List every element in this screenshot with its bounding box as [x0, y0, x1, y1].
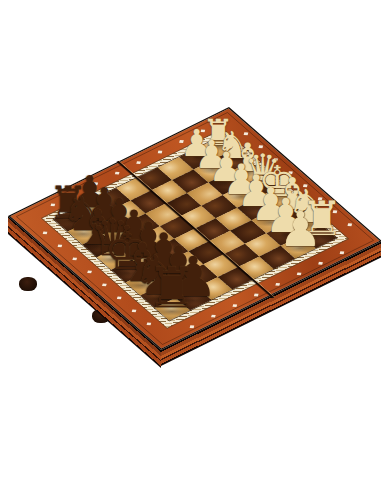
- diamond-inlay-icon: [297, 272, 301, 275]
- diamond-inlay-icon: [43, 231, 47, 234]
- chess-set-product-photo: ♜♞♝♛♚♝♞♜♟♟♟♟♟♟♟♟♟♟♟♟♟♟♟♟♜♞♝♛♚♝♞♜: [0, 0, 381, 492]
- white-pawn: ♟: [279, 204, 322, 252]
- diamond-inlay-icon: [211, 315, 215, 318]
- diamond-inlay-icon: [132, 309, 136, 312]
- diamond-inlay-icon: [190, 325, 194, 328]
- diamond-inlay-icon: [115, 172, 119, 175]
- diamond-inlay-icon: [275, 283, 279, 286]
- diamond-inlay-icon: [136, 161, 140, 164]
- diamond-inlay-icon: [254, 294, 258, 297]
- diamond-inlay-icon: [158, 151, 162, 154]
- case-foot: [19, 277, 37, 291]
- diamond-inlay-icon: [233, 304, 237, 307]
- diamond-inlay-icon: [340, 251, 344, 254]
- black-rook: ♜: [147, 260, 197, 316]
- diamond-inlay-icon: [147, 322, 151, 325]
- diamond-inlay-icon: [117, 296, 121, 299]
- diamond-inlay-icon: [348, 223, 352, 226]
- diamond-inlay-icon: [87, 270, 91, 273]
- diamond-inlay-icon: [102, 283, 106, 286]
- diamond-inlay-icon: [318, 262, 322, 265]
- diamond-inlay-icon: [58, 244, 62, 247]
- diamond-inlay-icon: [72, 257, 76, 260]
